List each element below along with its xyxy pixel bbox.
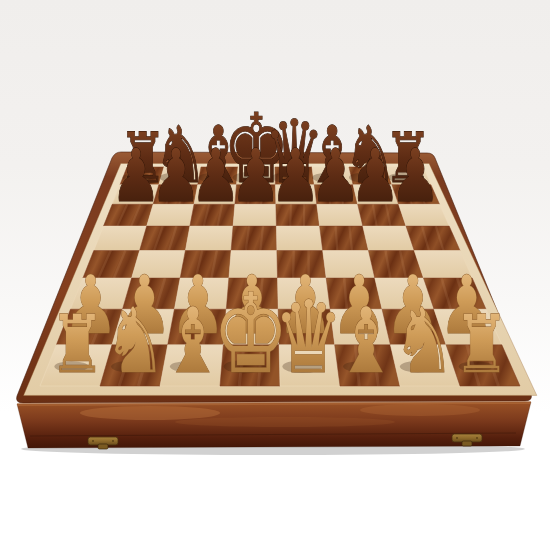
chess-set-photo: ♜♞♝♚♛♝♞♜♟♟♟♟♟♟♟♟♟♟♟♟♟♟♟♟♜♞♝♚♛♝♞♜ [0,0,550,550]
square-e5 [276,226,322,250]
square-d5 [231,226,277,250]
piece-black-pawn-h7: ♟ [390,132,441,217]
piece-white-knight-b1: ♞ [104,288,167,393]
front-sheen-center [175,417,395,427]
square-b5 [140,226,190,250]
square-g5 [363,226,414,250]
piece-white-knight-g1: ♞ [392,288,455,393]
square-c5 [185,226,233,250]
piece-white-queen-e1: ♛ [273,279,343,395]
chess-board-scene: ♜♞♝♚♛♝♞♜♟♟♟♟♟♟♟♟♟♟♟♟♟♟♟♟♜♞♝♚♛♝♞♜ [0,0,550,550]
piece-white-bishop-f1: ♝ [335,288,398,393]
piece-white-rook-a1: ♜ [49,297,105,391]
square-f5 [320,226,369,250]
front-sheen-left [80,406,220,420]
piece-white-rook-h1: ♜ [454,297,510,391]
front-sheen-right [360,404,480,416]
